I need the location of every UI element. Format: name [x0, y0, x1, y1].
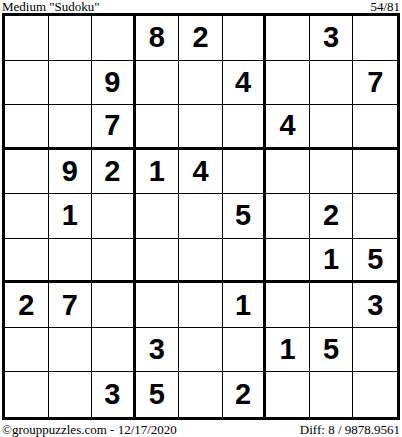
cell-r7c2-given[interactable]: 7: [49, 283, 93, 328]
cell-r7c7[interactable]: [266, 283, 310, 328]
cell-r9c5[interactable]: [179, 372, 223, 417]
cell-r2c6-given[interactable]: 4: [223, 61, 267, 106]
cell-r1c2[interactable]: [49, 16, 93, 61]
cell-r9c6-given[interactable]: 2: [223, 372, 267, 417]
cell-r3c4[interactable]: [136, 105, 180, 150]
cell-r1c7[interactable]: [266, 16, 310, 61]
cell-r5c6-given[interactable]: 5: [223, 194, 267, 239]
cell-r4c2-given[interactable]: 9: [49, 150, 93, 195]
cell-r6c2[interactable]: [49, 239, 93, 284]
cell-r2c1[interactable]: [5, 61, 49, 106]
difficulty-text: Diff: 8 / 9878.9561: [300, 422, 400, 437]
remaining-cells-counter: 54/81: [370, 0, 400, 13]
cell-r4c9[interactable]: [353, 150, 397, 195]
cell-r1c1[interactable]: [5, 16, 49, 61]
cell-r9c3-given[interactable]: 3: [92, 372, 136, 417]
header: Medium "Sudoku" 54/81: [2, 0, 400, 13]
cell-r8c3[interactable]: [92, 328, 136, 373]
cell-r9c4-given[interactable]: 5: [136, 372, 180, 417]
cell-r9c7[interactable]: [266, 372, 310, 417]
cell-r8c8-given[interactable]: 5: [310, 328, 354, 373]
cell-r1c5-given[interactable]: 2: [179, 16, 223, 61]
cell-r2c9-given[interactable]: 7: [353, 61, 397, 106]
cell-r7c8[interactable]: [310, 283, 354, 328]
cell-r3c2[interactable]: [49, 105, 93, 150]
cell-r7c4[interactable]: [136, 283, 180, 328]
cell-r2c8[interactable]: [310, 61, 354, 106]
cell-r7c5[interactable]: [179, 283, 223, 328]
footer: ©grouppuzzles.com - 12/17/2020 Diff: 8 /…: [2, 421, 400, 437]
cell-r2c4[interactable]: [136, 61, 180, 106]
cell-r9c2[interactable]: [49, 372, 93, 417]
cell-r6c5[interactable]: [179, 239, 223, 284]
cell-r3c1[interactable]: [5, 105, 49, 150]
cell-r1c9[interactable]: [353, 16, 397, 61]
cell-r5c1[interactable]: [5, 194, 49, 239]
cell-r8c5[interactable]: [179, 328, 223, 373]
cell-r4c6[interactable]: [223, 150, 267, 195]
copyright-text: ©grouppuzzles.com - 12/17/2020: [2, 422, 177, 437]
cell-r3c7-given[interactable]: 4: [266, 105, 310, 150]
cell-r3c9[interactable]: [353, 105, 397, 150]
cell-r2c7[interactable]: [266, 61, 310, 106]
cell-r6c1[interactable]: [5, 239, 49, 284]
cell-r3c3-given[interactable]: 7: [92, 105, 136, 150]
cell-r9c9[interactable]: [353, 372, 397, 417]
cell-r8c4-given[interactable]: 3: [136, 328, 180, 373]
cell-r1c4-given[interactable]: 8: [136, 16, 180, 61]
cell-r5c2-given[interactable]: 1: [49, 194, 93, 239]
cell-r6c6[interactable]: [223, 239, 267, 284]
cell-r6c7[interactable]: [266, 239, 310, 284]
cell-r9c1[interactable]: [5, 372, 49, 417]
cell-r3c6[interactable]: [223, 105, 267, 150]
cell-r8c9[interactable]: [353, 328, 397, 373]
cell-r1c3[interactable]: [92, 16, 136, 61]
cell-r3c8[interactable]: [310, 105, 354, 150]
cell-r1c8-given[interactable]: 3: [310, 16, 354, 61]
cell-r5c3[interactable]: [92, 194, 136, 239]
cell-r1c6[interactable]: [223, 16, 267, 61]
cell-r6c4[interactable]: [136, 239, 180, 284]
cell-r4c3-given[interactable]: 2: [92, 150, 136, 195]
cell-r4c1[interactable]: [5, 150, 49, 195]
cell-r4c4-given[interactable]: 1: [136, 150, 180, 195]
cell-r5c7[interactable]: [266, 194, 310, 239]
cell-r6c3[interactable]: [92, 239, 136, 284]
cell-r5c5[interactable]: [179, 194, 223, 239]
cell-r7c1-given[interactable]: 2: [5, 283, 49, 328]
cell-r8c1[interactable]: [5, 328, 49, 373]
cell-r4c8[interactable]: [310, 150, 354, 195]
sudoku-board: 823947749214152152713315352: [2, 13, 400, 420]
cell-r5c9[interactable]: [353, 194, 397, 239]
cell-r3c5[interactable]: [179, 105, 223, 150]
cell-r9c8[interactable]: [310, 372, 354, 417]
cell-r2c3-given[interactable]: 9: [92, 61, 136, 106]
cell-r5c4[interactable]: [136, 194, 180, 239]
cell-r7c6-given[interactable]: 1: [223, 283, 267, 328]
cell-r8c7-given[interactable]: 1: [266, 328, 310, 373]
cell-r6c8-given[interactable]: 1: [310, 239, 354, 284]
cell-r6c9-given[interactable]: 5: [353, 239, 397, 284]
puzzle-title: Medium "Sudoku": [2, 0, 100, 13]
cell-r4c5-given[interactable]: 4: [179, 150, 223, 195]
cell-r2c5[interactable]: [179, 61, 223, 106]
cell-r4c7[interactable]: [266, 150, 310, 195]
sudoku-page: Medium "Sudoku" 54/81 823947749214152152…: [0, 0, 402, 437]
cell-r2c2[interactable]: [49, 61, 93, 106]
cell-r5c8-given[interactable]: 2: [310, 194, 354, 239]
cell-r7c9-given[interactable]: 3: [353, 283, 397, 328]
cell-r7c3[interactable]: [92, 283, 136, 328]
cell-r8c6[interactable]: [223, 328, 267, 373]
cell-r8c2[interactable]: [49, 328, 93, 373]
